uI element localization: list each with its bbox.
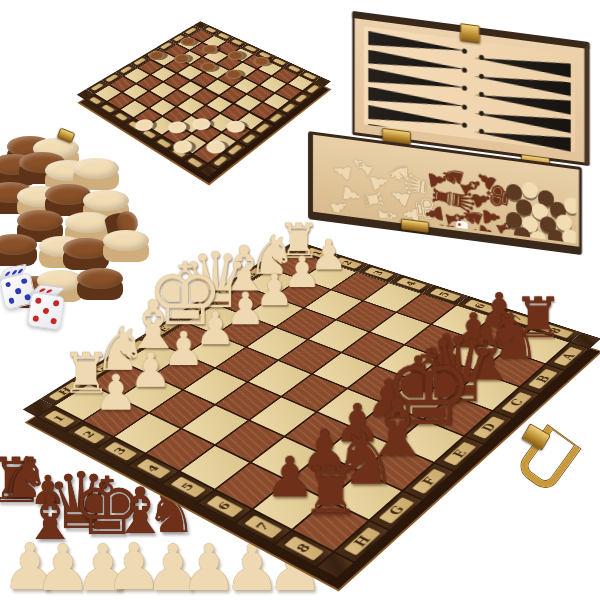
coordinate-label-1: 1 — [304, 248, 331, 259]
hinge-pin-dot — [462, 67, 467, 73]
tray-checker-light — [522, 181, 538, 199]
tray-checker-light — [562, 228, 576, 243]
hinge-pin-dot — [462, 85, 467, 91]
tray-die — [456, 221, 468, 235]
tray-clasp-plate-icon — [401, 218, 429, 233]
coordinate-mark — [120, 66, 133, 74]
folded-board-surface — [77, 21, 331, 177]
coordinate-mark — [273, 58, 286, 65]
board-frame: 8 — [531, 320, 582, 343]
coordinate-mark — [244, 45, 257, 52]
coordinate-mark — [205, 27, 217, 33]
coordinate-mark — [89, 96, 102, 104]
coordinate-label-5: 5 — [430, 288, 461, 301]
tray-light-piece: ♝ — [374, 204, 400, 227]
pile-checker-dark — [0, 234, 37, 266]
lid-clasp-icon — [460, 23, 480, 44]
coordinate-mark — [231, 39, 244, 46]
hinge-pin-dot — [462, 48, 467, 54]
die-red-pips — [27, 292, 65, 330]
hinge-pin-dot — [479, 110, 484, 116]
folded-checkers-board — [114, 0, 294, 178]
hinge-pin-dot — [462, 141, 467, 147]
backgammon-point — [474, 51, 571, 78]
coordinate-mark — [157, 138, 172, 148]
hinge-pin-dot — [479, 92, 484, 98]
product-photo: ♟♝♟♞♟♜♟♛♟♝♟♚♟♞♝♟♜♛♟♚♟♝♞♟♟♜♟♝ HGFEDCBA112… — [0, 0, 600, 600]
hinge-pin-dot — [479, 147, 484, 152]
open-game-box: ♟♝♟♞♟♜♟♛♟♝♟♚♟♞♝♟♜♛♟♚♟♝♞♟♟♜♟♝ — [300, 0, 600, 284]
hinge-pin-dot — [479, 129, 484, 135]
coordinate-mark — [218, 33, 230, 39]
chess-board-surface: HGFEDCBA1122334455667788HGFEDCBA♜♞♝♛♚♝♞♜… — [23, 240, 600, 578]
hinge-pin-dot — [479, 55, 484, 61]
hinge-pin-dot — [462, 122, 467, 128]
coordinate-label-8: 8 — [539, 324, 573, 339]
tray-checker-light — [530, 230, 546, 243]
hinge-pin-dot — [479, 73, 484, 79]
hinge-pin-dot — [462, 104, 467, 110]
